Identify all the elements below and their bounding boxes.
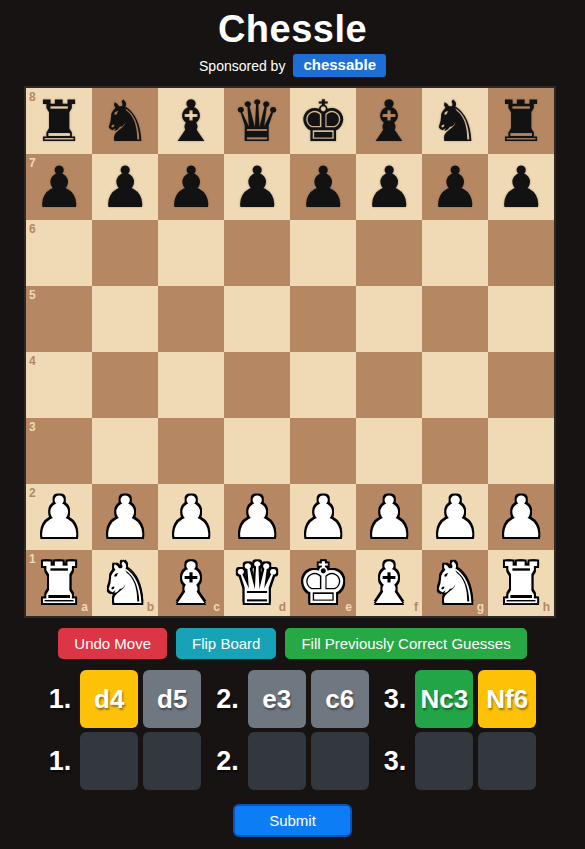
- square-d5[interactable]: [224, 286, 290, 352]
- square-b6[interactable]: [92, 220, 158, 286]
- square-g5[interactable]: [422, 286, 488, 352]
- guess-tile-Nf6: Nf6: [478, 670, 536, 728]
- guess-tile-empty: [143, 732, 201, 790]
- black-rook[interactable]: ♜: [26, 88, 92, 154]
- white-pawn[interactable]: ♟: [224, 484, 290, 550]
- square-d6[interactable]: [224, 220, 290, 286]
- square-h5[interactable]: [488, 286, 554, 352]
- square-d2[interactable]: ♟: [224, 484, 290, 550]
- move-number-label: 2.: [216, 684, 239, 715]
- square-g7[interactable]: ♟: [422, 154, 488, 220]
- square-a5[interactable]: 5: [26, 286, 92, 352]
- white-queen[interactable]: ♛: [224, 550, 290, 616]
- guess-area: 1.d4d52.e3c63.Nc3Nf61.2.3.: [0, 670, 585, 790]
- square-g8[interactable]: ♞: [422, 88, 488, 154]
- square-c1[interactable]: c♝: [158, 550, 224, 616]
- white-pawn[interactable]: ♟: [422, 484, 488, 550]
- sponsored-by-text: Sponsored by: [199, 58, 285, 74]
- white-knight[interactable]: ♞: [92, 550, 158, 616]
- square-h3[interactable]: [488, 418, 554, 484]
- square-c8[interactable]: ♝: [158, 88, 224, 154]
- rank-label-3: 3: [29, 420, 36, 434]
- square-g3[interactable]: [422, 418, 488, 484]
- square-g6[interactable]: [422, 220, 488, 286]
- square-e3[interactable]: [290, 418, 356, 484]
- sponsor-line: Sponsored by chessable: [0, 54, 585, 77]
- square-e2[interactable]: ♟: [290, 484, 356, 550]
- flip-board-button[interactable]: Flip Board: [176, 628, 276, 659]
- white-pawn[interactable]: ♟: [356, 484, 422, 550]
- guess-group-1: 1.d4d5: [49, 670, 202, 728]
- black-pawn[interactable]: ♟: [488, 154, 554, 220]
- guess-tile-d5: d5: [143, 670, 201, 728]
- square-d3[interactable]: [224, 418, 290, 484]
- guess-row-1: 1.d4d52.e3c63.Nc3Nf6: [0, 670, 585, 728]
- square-h4[interactable]: [488, 352, 554, 418]
- move-number-label: 2.: [216, 746, 239, 777]
- square-b8[interactable]: ♞: [92, 88, 158, 154]
- black-pawn[interactable]: ♟: [356, 154, 422, 220]
- black-rook[interactable]: ♜: [488, 88, 554, 154]
- square-e7[interactable]: ♟: [290, 154, 356, 220]
- move-number-label: 3.: [384, 684, 407, 715]
- chess-board[interactable]: 8♜♞♝♛♚♝♞♜7♟♟♟♟♟♟♟♟65432♟♟♟♟♟♟♟♟1a♜b♞c♝d♛…: [24, 86, 556, 618]
- guess-group-2: 2.e3c6: [216, 670, 369, 728]
- black-pawn[interactable]: ♟: [26, 154, 92, 220]
- square-g2[interactable]: ♟: [422, 484, 488, 550]
- square-h8[interactable]: ♜: [488, 88, 554, 154]
- square-d7[interactable]: ♟: [224, 154, 290, 220]
- square-e5[interactable]: [290, 286, 356, 352]
- guess-tile-Nc3: Nc3: [415, 670, 473, 728]
- square-b4[interactable]: [92, 352, 158, 418]
- guess-group-1: 1.: [49, 732, 202, 790]
- white-rook[interactable]: ♜: [26, 550, 92, 616]
- square-c5[interactable]: [158, 286, 224, 352]
- black-knight[interactable]: ♞: [422, 88, 488, 154]
- submit-row: Submit: [0, 804, 585, 837]
- black-pawn[interactable]: ♟: [422, 154, 488, 220]
- square-a6[interactable]: 6: [26, 220, 92, 286]
- square-f7[interactable]: ♟: [356, 154, 422, 220]
- chessable-logo[interactable]: chessable: [293, 54, 386, 77]
- square-d8[interactable]: ♛: [224, 88, 290, 154]
- toolbar: Undo Move Flip Board Fill Previously Cor…: [0, 628, 585, 659]
- black-pawn[interactable]: ♟: [290, 154, 356, 220]
- square-h1[interactable]: h♜: [488, 550, 554, 616]
- square-e8[interactable]: ♚: [290, 88, 356, 154]
- undo-move-button[interactable]: Undo Move: [58, 628, 167, 659]
- square-b5[interactable]: [92, 286, 158, 352]
- white-knight[interactable]: ♞: [422, 550, 488, 616]
- page-title: Chessle: [0, 8, 585, 51]
- white-bishop[interactable]: ♝: [356, 550, 422, 616]
- square-e1[interactable]: e♚: [290, 550, 356, 616]
- white-rook[interactable]: ♜: [488, 550, 554, 616]
- guess-group-3: 3.Nc3Nf6: [384, 670, 537, 728]
- square-f4[interactable]: [356, 352, 422, 418]
- rank-label-6: 6: [29, 222, 36, 236]
- square-c6[interactable]: [158, 220, 224, 286]
- square-a8[interactable]: 8♜: [26, 88, 92, 154]
- guess-tile-c6: c6: [311, 670, 369, 728]
- black-bishop[interactable]: ♝: [158, 88, 224, 154]
- black-bishop[interactable]: ♝: [356, 88, 422, 154]
- square-b7[interactable]: ♟: [92, 154, 158, 220]
- square-f2[interactable]: ♟: [356, 484, 422, 550]
- page: { "header": { "title": "Chessle", "spons…: [0, 0, 585, 849]
- square-f5[interactable]: [356, 286, 422, 352]
- fill-correct-guesses-button[interactable]: Fill Previously Correct Guesses: [285, 628, 526, 659]
- square-c7[interactable]: ♟: [158, 154, 224, 220]
- move-number-label: 3.: [384, 746, 407, 777]
- move-number-label: 1.: [49, 684, 72, 715]
- guess-tile-d4: d4: [80, 670, 138, 728]
- guess-group-3: 3.: [384, 732, 537, 790]
- guess-row-2: 1.2.3.: [0, 732, 585, 790]
- square-a3[interactable]: 3: [26, 418, 92, 484]
- white-bishop[interactable]: ♝: [158, 550, 224, 616]
- square-b2[interactable]: ♟: [92, 484, 158, 550]
- square-a7[interactable]: 7♟: [26, 154, 92, 220]
- square-g4[interactable]: [422, 352, 488, 418]
- square-f6[interactable]: [356, 220, 422, 286]
- rank-label-5: 5: [29, 288, 36, 302]
- square-f3[interactable]: [356, 418, 422, 484]
- square-a4[interactable]: 4: [26, 352, 92, 418]
- square-e6[interactable]: [290, 220, 356, 286]
- black-king[interactable]: ♚: [290, 88, 356, 154]
- square-f1[interactable]: f♝: [356, 550, 422, 616]
- guess-tile-empty: [478, 732, 536, 790]
- guess-tile-empty: [311, 732, 369, 790]
- black-queen[interactable]: ♛: [224, 88, 290, 154]
- square-c3[interactable]: [158, 418, 224, 484]
- submit-button[interactable]: Submit: [233, 804, 352, 837]
- square-f8[interactable]: ♝: [356, 88, 422, 154]
- square-h7[interactable]: ♟: [488, 154, 554, 220]
- black-pawn[interactable]: ♟: [92, 154, 158, 220]
- white-pawn[interactable]: ♟: [92, 484, 158, 550]
- square-g1[interactable]: g♞: [422, 550, 488, 616]
- white-pawn[interactable]: ♟: [158, 484, 224, 550]
- square-a1[interactable]: 1a♜: [26, 550, 92, 616]
- square-d4[interactable]: [224, 352, 290, 418]
- black-pawn[interactable]: ♟: [158, 154, 224, 220]
- square-c4[interactable]: [158, 352, 224, 418]
- guess-tile-empty: [248, 732, 306, 790]
- square-a2[interactable]: 2♟: [26, 484, 92, 550]
- square-b3[interactable]: [92, 418, 158, 484]
- black-knight[interactable]: ♞: [92, 88, 158, 154]
- guess-tile-e3: e3: [248, 670, 306, 728]
- rank-label-4: 4: [29, 354, 36, 368]
- guess-tile-empty: [415, 732, 473, 790]
- move-number-label: 1.: [49, 746, 72, 777]
- square-h2[interactable]: ♟: [488, 484, 554, 550]
- white-pawn[interactable]: ♟: [26, 484, 92, 550]
- square-h6[interactable]: [488, 220, 554, 286]
- white-pawn[interactable]: ♟: [290, 484, 356, 550]
- guess-tile-empty: [80, 732, 138, 790]
- square-e4[interactable]: [290, 352, 356, 418]
- square-d1[interactable]: d♛: [224, 550, 290, 616]
- white-pawn[interactable]: ♟: [488, 484, 554, 550]
- square-b1[interactable]: b♞: [92, 550, 158, 616]
- guess-group-2: 2.: [216, 732, 369, 790]
- white-king[interactable]: ♚: [290, 550, 356, 616]
- square-c2[interactable]: ♟: [158, 484, 224, 550]
- black-pawn[interactable]: ♟: [224, 154, 290, 220]
